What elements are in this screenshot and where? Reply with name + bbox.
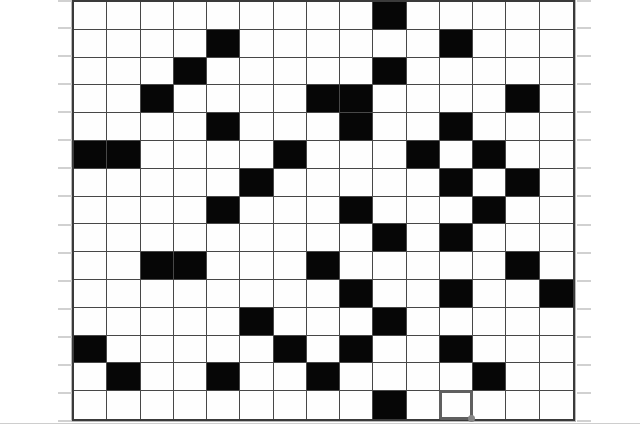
cell-r8c1-white[interactable] <box>74 197 107 225</box>
cell-r3c5-white[interactable] <box>207 58 240 86</box>
cell-r2c9-white[interactable] <box>340 30 373 58</box>
cell-r2c5-black <box>207 30 240 58</box>
cell-r2c7-white[interactable] <box>274 30 307 58</box>
cell-r8c3-white[interactable] <box>141 197 174 225</box>
cell-r1c6-white[interactable] <box>240 2 273 30</box>
cell-r14c9-white[interactable] <box>340 363 373 391</box>
cell-r5c13-white[interactable] <box>473 113 506 141</box>
cell-r6c7-black <box>274 141 307 169</box>
cell-r13c10-white[interactable] <box>373 336 406 364</box>
cell-r10c13-white[interactable] <box>473 252 506 280</box>
cell-r7c5-white[interactable] <box>207 169 240 197</box>
cell-r13c12-black <box>440 336 473 364</box>
cell-r9c10-black <box>373 224 406 252</box>
cell-r15c10-black <box>373 391 406 419</box>
cell-r1c12-white[interactable] <box>440 2 473 30</box>
cell-r14c12-white[interactable] <box>440 363 473 391</box>
cell-r8c2-white[interactable] <box>107 197 140 225</box>
cell-r15c4-white[interactable] <box>174 391 207 419</box>
ruler-tick <box>58 0 72 2</box>
cell-r8c11-white[interactable] <box>407 197 440 225</box>
cell-r5c9-black <box>340 113 373 141</box>
ruler-tick <box>58 139 72 141</box>
cell-r11c13-white[interactable] <box>473 280 506 308</box>
ruler-tick <box>58 364 72 366</box>
cell-r13c14-white[interactable] <box>506 336 539 364</box>
cell-r2c3-white[interactable] <box>141 30 174 58</box>
cell-r14c13-black <box>473 363 506 391</box>
cell-r13c6-white[interactable] <box>240 336 273 364</box>
ruler-tick <box>58 392 72 394</box>
cell-r14c10-white[interactable] <box>373 363 406 391</box>
cell-r7c4-white[interactable] <box>174 169 207 197</box>
cell-r7c9-white[interactable] <box>340 169 373 197</box>
cell-r15c3-white[interactable] <box>141 391 174 419</box>
cell-r3c15-white[interactable] <box>540 58 573 86</box>
cell-r4c1-white[interactable] <box>74 85 107 113</box>
cell-r1c5-white[interactable] <box>207 2 240 30</box>
cell-r7c15-white[interactable] <box>540 169 573 197</box>
cell-r11c1-white[interactable] <box>74 280 107 308</box>
cell-r5c6-white[interactable] <box>240 113 273 141</box>
cell-r12c3-white[interactable] <box>141 308 174 336</box>
cell-r12c11-white[interactable] <box>407 308 440 336</box>
cell-r10c2-white[interactable] <box>107 252 140 280</box>
cell-r2c1-white[interactable] <box>74 30 107 58</box>
cell-r1c9-white[interactable] <box>340 2 373 30</box>
cell-r3c8-white[interactable] <box>307 58 340 86</box>
ruler-tick <box>577 364 591 366</box>
cell-r7c10-white[interactable] <box>373 169 406 197</box>
cell-r14c11-white[interactable] <box>407 363 440 391</box>
cell-r8c12-white[interactable] <box>440 197 473 225</box>
cell-r12c15-white[interactable] <box>540 308 573 336</box>
cell-r1c3-white[interactable] <box>141 2 174 30</box>
ruler-tick <box>58 195 72 197</box>
cell-r13c8-white[interactable] <box>307 336 340 364</box>
ruler-tick <box>577 55 591 57</box>
cell-r5c1-white[interactable] <box>74 113 107 141</box>
cell-r10c1-white[interactable] <box>74 252 107 280</box>
cell-r13c1-black <box>74 336 107 364</box>
cell-r5c5-black <box>207 113 240 141</box>
cell-r3c2-white[interactable] <box>107 58 140 86</box>
cell-r15c2-white[interactable] <box>107 391 140 419</box>
cell-r12c4-white[interactable] <box>174 308 207 336</box>
cell-r15c15-white[interactable] <box>540 391 573 419</box>
cell-r6c13-black <box>473 141 506 169</box>
cell-r5c4-white[interactable] <box>174 113 207 141</box>
cell-r11c3-white[interactable] <box>141 280 174 308</box>
cell-r11c15-black <box>540 280 573 308</box>
cell-r12c8-white[interactable] <box>307 308 340 336</box>
cell-r11c5-white[interactable] <box>207 280 240 308</box>
cell-r5c7-white[interactable] <box>274 113 307 141</box>
cell-r7c2-white[interactable] <box>107 169 140 197</box>
ruler-tick <box>58 308 72 310</box>
cell-r12c2-white[interactable] <box>107 308 140 336</box>
cell-r7c1-white[interactable] <box>74 169 107 197</box>
cell-r4c6-white[interactable] <box>240 85 273 113</box>
cell-r14c8-black <box>307 363 340 391</box>
cell-r15c7-white[interactable] <box>274 391 307 419</box>
cell-r1c13-white[interactable] <box>473 2 506 30</box>
cell-r11c4-white[interactable] <box>174 280 207 308</box>
cell-r6c15-white[interactable] <box>540 141 573 169</box>
cell-r4c2-white[interactable] <box>107 85 140 113</box>
cell-r3c4-black <box>174 58 207 86</box>
cell-r12c5-white[interactable] <box>207 308 240 336</box>
cell-r2c2-white[interactable] <box>107 30 140 58</box>
cell-r8c8-white[interactable] <box>307 197 340 225</box>
ruler-tick <box>58 280 72 282</box>
cell-r4c12-white[interactable] <box>440 85 473 113</box>
cell-r10c14-black <box>506 252 539 280</box>
selection-handle-dot[interactable] <box>468 415 475 422</box>
cell-r15c5-white[interactable] <box>207 391 240 419</box>
cell-r6c9-white[interactable] <box>340 141 373 169</box>
cell-r10c11-white[interactable] <box>407 252 440 280</box>
cell-r3c1-white[interactable] <box>74 58 107 86</box>
ruler-tick <box>58 336 72 338</box>
cell-r9c1-white[interactable] <box>74 224 107 252</box>
cell-r10c9-white[interactable] <box>340 252 373 280</box>
ruler-tick <box>58 27 72 29</box>
cell-r4c15-white[interactable] <box>540 85 573 113</box>
cell-r3c7-white[interactable] <box>274 58 307 86</box>
cell-r11c6-white[interactable] <box>240 280 273 308</box>
cell-r14c4-white[interactable] <box>174 363 207 391</box>
cell-r13c15-white[interactable] <box>540 336 573 364</box>
cell-r3c11-white[interactable] <box>407 58 440 86</box>
cell-r12c13-white[interactable] <box>473 308 506 336</box>
cell-r3c14-white[interactable] <box>506 58 539 86</box>
cell-r8c14-white[interactable] <box>506 197 539 225</box>
cell-r13c4-white[interactable] <box>174 336 207 364</box>
cell-r9c14-white[interactable] <box>506 224 539 252</box>
cell-r1c14-white[interactable] <box>506 2 539 30</box>
cell-r14c2-black <box>107 363 140 391</box>
cell-r6c14-white[interactable] <box>506 141 539 169</box>
cell-r7c3-white[interactable] <box>141 169 174 197</box>
cell-r14c14-white[interactable] <box>506 363 539 391</box>
cell-r6c5-white[interactable] <box>207 141 240 169</box>
ruler-tick <box>58 55 72 57</box>
cell-r6c4-white[interactable] <box>174 141 207 169</box>
ruler-tick <box>58 224 72 226</box>
cell-r10c7-white[interactable] <box>274 252 307 280</box>
cell-r9c8-white[interactable] <box>307 224 340 252</box>
cell-r8c13-black <box>473 197 506 225</box>
cell-r8c15-white[interactable] <box>540 197 573 225</box>
cell-r4c11-white[interactable] <box>407 85 440 113</box>
cell-r11c8-white[interactable] <box>307 280 340 308</box>
cell-r9c11-white[interactable] <box>407 224 440 252</box>
ruler-tick <box>577 420 591 422</box>
ruler-tick <box>58 420 72 422</box>
ruler-tick <box>577 27 591 29</box>
cell-r15c9-white[interactable] <box>340 391 373 419</box>
ruler-tick <box>577 83 591 85</box>
cell-r3c6-white[interactable] <box>240 58 273 86</box>
cell-r9c2-white[interactable] <box>107 224 140 252</box>
cell-r12c12-white[interactable] <box>440 308 473 336</box>
cell-r4c13-white[interactable] <box>473 85 506 113</box>
cell-r5c11-white[interactable] <box>407 113 440 141</box>
cell-r5c2-white[interactable] <box>107 113 140 141</box>
ruler-tick <box>577 0 591 2</box>
cell-r1c10-black <box>373 2 406 30</box>
cell-r15c13-white[interactable] <box>473 391 506 419</box>
cell-r4c3-black <box>141 85 174 113</box>
cell-r1c7-white[interactable] <box>274 2 307 30</box>
cell-r4c5-white[interactable] <box>207 85 240 113</box>
ruler-tick <box>58 167 72 169</box>
cell-r9c3-white[interactable] <box>141 224 174 252</box>
ruler-tick <box>58 252 72 254</box>
ruler-tick <box>577 392 591 394</box>
cell-r6c2-black <box>107 141 140 169</box>
cell-r4c4-white[interactable] <box>174 85 207 113</box>
cell-r4c9-black <box>340 85 373 113</box>
cell-r5c15-white[interactable] <box>540 113 573 141</box>
cell-r4c14-black <box>506 85 539 113</box>
cell-r12c7-white[interactable] <box>274 308 307 336</box>
ruler-tick <box>58 111 72 113</box>
cell-r11c12-black <box>440 280 473 308</box>
cell-r6c12-white[interactable] <box>440 141 473 169</box>
cell-r12c10-black <box>373 308 406 336</box>
cell-r4c10-white[interactable] <box>373 85 406 113</box>
cell-r1c2-white[interactable] <box>107 2 140 30</box>
cell-r9c5-white[interactable] <box>207 224 240 252</box>
cell-r11c10-white[interactable] <box>373 280 406 308</box>
cell-r15c6-white[interactable] <box>240 391 273 419</box>
ruler-tick <box>577 139 591 141</box>
cell-r3c12-white[interactable] <box>440 58 473 86</box>
cell-r14c6-white[interactable] <box>240 363 273 391</box>
cell-r9c13-white[interactable] <box>473 224 506 252</box>
cell-r4c8-black <box>307 85 340 113</box>
cell-r15c11-white[interactable] <box>407 391 440 419</box>
cell-r11c11-white[interactable] <box>407 280 440 308</box>
ruler-tick <box>577 167 591 169</box>
cell-r15c8-white[interactable] <box>307 391 340 419</box>
cell-r6c10-white[interactable] <box>373 141 406 169</box>
ruler-tick <box>577 224 591 226</box>
cell-r8c10-white[interactable] <box>373 197 406 225</box>
cell-r7c7-white[interactable] <box>274 169 307 197</box>
cell-r10c5-white[interactable] <box>207 252 240 280</box>
crossword-board <box>72 0 575 421</box>
cell-r5c3-white[interactable] <box>141 113 174 141</box>
cell-r10c10-white[interactable] <box>373 252 406 280</box>
cell-r9c6-white[interactable] <box>240 224 273 252</box>
cell-r9c15-white[interactable] <box>540 224 573 252</box>
cell-r2c6-white[interactable] <box>240 30 273 58</box>
cell-r10c4-black <box>174 252 207 280</box>
cell-r8c7-white[interactable] <box>274 197 307 225</box>
cell-r11c14-white[interactable] <box>506 280 539 308</box>
cell-r13c3-white[interactable] <box>141 336 174 364</box>
cell-r2c12-black <box>440 30 473 58</box>
cell-r13c5-white[interactable] <box>207 336 240 364</box>
crossword-page <box>0 0 640 426</box>
cell-r2c13-white[interactable] <box>473 30 506 58</box>
ruler-tick <box>577 280 591 282</box>
cell-r12c9-white[interactable] <box>340 308 373 336</box>
cell-r10c3-black <box>141 252 174 280</box>
cell-r10c6-white[interactable] <box>240 252 273 280</box>
ruler-tick <box>577 195 591 197</box>
cell-r11c9-black <box>340 280 373 308</box>
cell-r8c6-white[interactable] <box>240 197 273 225</box>
cell-r13c9-black <box>340 336 373 364</box>
cell-r15c12-selected[interactable] <box>440 391 473 419</box>
cell-r10c12-white[interactable] <box>440 252 473 280</box>
cell-r15c1-white[interactable] <box>74 391 107 419</box>
cell-r2c8-white[interactable] <box>307 30 340 58</box>
cell-r11c2-white[interactable] <box>107 280 140 308</box>
cell-r14c5-black <box>207 363 240 391</box>
cell-r1c11-white[interactable] <box>407 2 440 30</box>
cell-r2c15-white[interactable] <box>540 30 573 58</box>
cell-r6c1-black <box>74 141 107 169</box>
cell-r1c1-white[interactable] <box>74 2 107 30</box>
cell-r5c10-white[interactable] <box>373 113 406 141</box>
cell-r7c6-black <box>240 169 273 197</box>
cell-r2c10-white[interactable] <box>373 30 406 58</box>
cell-r5c12-black <box>440 113 473 141</box>
cell-r7c11-white[interactable] <box>407 169 440 197</box>
cell-r14c15-white[interactable] <box>540 363 573 391</box>
cell-r1c8-white[interactable] <box>307 2 340 30</box>
cell-r1c4-white[interactable] <box>174 2 207 30</box>
cell-r13c7-black <box>274 336 307 364</box>
cell-r13c13-white[interactable] <box>473 336 506 364</box>
ruler-tick <box>577 111 591 113</box>
cell-r8c9-black <box>340 197 373 225</box>
selected-cell-outline[interactable] <box>439 390 473 420</box>
cell-r12c6-black <box>240 308 273 336</box>
cell-r6c3-white[interactable] <box>141 141 174 169</box>
cell-r13c11-white[interactable] <box>407 336 440 364</box>
cell-r14c3-white[interactable] <box>141 363 174 391</box>
cell-r9c4-white[interactable] <box>174 224 207 252</box>
ruler-tick <box>577 252 591 254</box>
cell-r2c14-white[interactable] <box>506 30 539 58</box>
cell-r8c4-white[interactable] <box>174 197 207 225</box>
cell-r12c14-white[interactable] <box>506 308 539 336</box>
cell-r10c8-black <box>307 252 340 280</box>
cell-r8c5-black <box>207 197 240 225</box>
cell-r11c7-white[interactable] <box>274 280 307 308</box>
cell-r9c9-white[interactable] <box>340 224 373 252</box>
cell-r3c3-white[interactable] <box>141 58 174 86</box>
cell-r5c14-white[interactable] <box>506 113 539 141</box>
cell-r3c9-white[interactable] <box>340 58 373 86</box>
cell-r14c7-white[interactable] <box>274 363 307 391</box>
cell-r2c4-white[interactable] <box>174 30 207 58</box>
cell-r6c11-black <box>407 141 440 169</box>
cell-r14c1-white[interactable] <box>74 363 107 391</box>
cell-r7c13-white[interactable] <box>473 169 506 197</box>
ruler-tick <box>58 83 72 85</box>
cell-r9c12-black <box>440 224 473 252</box>
cell-r3c10-black <box>373 58 406 86</box>
cell-r5c8-white[interactable] <box>307 113 340 141</box>
cell-r10c15-white[interactable] <box>540 252 573 280</box>
cell-r3c13-white[interactable] <box>473 58 506 86</box>
cell-r9c7-white[interactable] <box>274 224 307 252</box>
cell-r1c15-white[interactable] <box>540 2 573 30</box>
cell-r13c2-white[interactable] <box>107 336 140 364</box>
cell-r6c6-white[interactable] <box>240 141 273 169</box>
cell-r4c7-white[interactable] <box>274 85 307 113</box>
ruler-tick <box>577 336 591 338</box>
cell-r7c14-black <box>506 169 539 197</box>
cell-r7c12-black <box>440 169 473 197</box>
cell-r7c8-white[interactable] <box>307 169 340 197</box>
cell-r6c8-white[interactable] <box>307 141 340 169</box>
cell-r12c1-white[interactable] <box>74 308 107 336</box>
cell-r2c11-white[interactable] <box>407 30 440 58</box>
cell-r15c14-white[interactable] <box>506 391 539 419</box>
bottom-rule-line <box>0 423 640 424</box>
ruler-tick <box>577 308 591 310</box>
